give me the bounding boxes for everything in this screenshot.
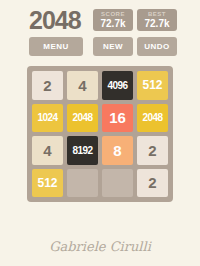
- score-box: SCORE 72.7k: [93, 9, 133, 31]
- new-game-button[interactable]: NEW: [93, 37, 133, 56]
- tile-2: 2: [32, 71, 63, 100]
- best-box: BEST 72.7k: [137, 9, 177, 31]
- undo-button[interactable]: UNDO: [137, 37, 177, 56]
- tile-8192: 8192: [67, 136, 98, 165]
- cell-empty: [102, 169, 133, 198]
- tile-4: 4: [67, 71, 98, 100]
- tile-16: 16: [102, 104, 133, 133]
- score-value: 72.7k: [100, 18, 125, 29]
- menu-button[interactable]: MENU: [29, 37, 83, 56]
- tile-2048: 2048: [137, 104, 168, 133]
- tile-512: 512: [137, 71, 168, 100]
- header: 2048 SCORE 72.7k BEST 72.7k: [29, 8, 177, 32]
- best-label: BEST: [148, 11, 166, 18]
- best-value: 72.7k: [144, 18, 169, 29]
- tile-2048: 2048: [67, 104, 98, 133]
- tile-4096: 4096: [102, 71, 133, 100]
- tile-4: 4: [32, 136, 63, 165]
- tile-2: 2: [137, 169, 168, 198]
- app-2048: 2048 SCORE 72.7k BEST 72.7k MENU NEW UND…: [0, 0, 200, 266]
- tile-8: 8: [102, 136, 133, 165]
- game-title: 2048: [29, 8, 89, 32]
- game-board[interactable]: 2440965121024204816204848192825122: [27, 66, 173, 202]
- tile-1024: 1024: [32, 104, 63, 133]
- credit-text: Gabriele Cirulli: [0, 239, 200, 254]
- toolbar: MENU NEW UNDO: [29, 37, 177, 56]
- score-label: SCORE: [101, 11, 125, 18]
- cell-empty: [67, 169, 98, 198]
- tile-2: 2: [137, 136, 168, 165]
- tile-512: 512: [32, 169, 63, 198]
